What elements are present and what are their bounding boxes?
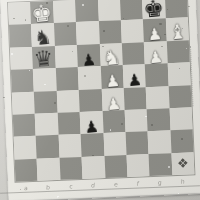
square-e2[interactable] [103, 132, 126, 155]
file-label-e: e [104, 180, 127, 188]
square-d8[interactable] [75, 0, 98, 22]
square-b3[interactable] [35, 113, 58, 136]
square-c4[interactable] [57, 90, 80, 113]
square-f6[interactable] [122, 42, 145, 65]
square-f8[interactable] [120, 0, 143, 21]
square-h6[interactable] [167, 40, 190, 63]
square-g5[interactable] [145, 63, 168, 86]
square-a1[interactable] [15, 159, 38, 182]
square-d5[interactable] [78, 66, 101, 89]
square-h5[interactable] [167, 62, 190, 85]
square-c5[interactable] [56, 67, 79, 90]
square-b6[interactable]: ♛ [32, 46, 55, 69]
square-f4[interactable] [124, 87, 147, 110]
square-a5[interactable] [11, 69, 34, 92]
square-c2[interactable] [58, 134, 81, 157]
square-f2[interactable] [126, 131, 149, 154]
square-b2[interactable] [36, 135, 59, 158]
square-h8[interactable] [165, 0, 188, 19]
square-e6[interactable]: ♞ [99, 43, 122, 66]
square-d2[interactable] [81, 133, 104, 156]
square-e5[interactable]: ♟ [100, 65, 123, 88]
square-f7[interactable] [121, 20, 144, 43]
board-border: ♚♚♞♟♝♛♟♞♟♟♟♟♟❖ abcdefgh [0, 0, 200, 200]
chess-board: ♚♚♞♟♝♛♟♞♟♟♟♟♟❖ [7, 0, 196, 183]
maker-emblem-icon: ❖ [171, 152, 194, 175]
square-a4[interactable] [12, 91, 35, 114]
square-c1[interactable] [59, 157, 82, 180]
square-d1[interactable] [82, 156, 105, 179]
square-a8[interactable] [8, 2, 31, 25]
square-c3[interactable] [57, 112, 80, 135]
square-e8[interactable] [98, 0, 121, 21]
file-label-g: g [149, 178, 172, 186]
square-b5[interactable] [33, 68, 56, 91]
square-e7[interactable] [98, 21, 121, 44]
square-f3[interactable] [125, 109, 148, 132]
square-e3[interactable] [102, 110, 125, 133]
square-a3[interactable] [13, 114, 36, 137]
square-g6[interactable]: ♟ [144, 41, 167, 64]
square-d3[interactable]: ♟ [80, 111, 103, 134]
square-e4[interactable]: ♟ [101, 88, 124, 111]
square-f5[interactable]: ♟ [123, 64, 146, 87]
square-c7[interactable] [54, 22, 77, 45]
square-h1[interactable]: ❖ [171, 152, 194, 175]
square-g4[interactable] [146, 86, 169, 109]
square-a7[interactable] [9, 24, 32, 47]
square-g2[interactable] [148, 131, 171, 154]
square-h3[interactable] [169, 107, 192, 130]
square-c8[interactable] [53, 0, 76, 23]
file-label-d: d [82, 181, 105, 189]
square-g7[interactable]: ♟ [143, 19, 166, 42]
square-f1[interactable] [126, 154, 149, 177]
photo-of-chessboard: ♚♚♞♟♝♛♟♞♟♟♟♟♟❖ abcdefgh [0, 0, 200, 200]
square-d7[interactable] [76, 21, 99, 44]
square-h4[interactable] [168, 85, 191, 108]
square-d4[interactable] [79, 89, 102, 112]
square-c6[interactable] [55, 45, 78, 68]
square-b8[interactable]: ♚ [30, 1, 53, 24]
square-b4[interactable] [34, 90, 57, 113]
square-d6[interactable]: ♟ [77, 44, 100, 67]
square-b1[interactable] [37, 158, 60, 181]
square-b7[interactable]: ♞ [31, 23, 54, 46]
square-a2[interactable] [14, 136, 37, 159]
file-label-f: f [126, 179, 149, 187]
square-g1[interactable] [149, 153, 172, 176]
file-label-h: h [171, 177, 194, 185]
square-g8[interactable]: ♚ [142, 0, 165, 20]
board-edge-print [190, 46, 200, 106]
square-h7[interactable]: ♝ [166, 18, 189, 41]
square-e1[interactable] [104, 155, 127, 178]
square-a6[interactable] [10, 47, 33, 70]
square-g3[interactable] [147, 108, 170, 131]
square-h2[interactable] [170, 130, 193, 153]
